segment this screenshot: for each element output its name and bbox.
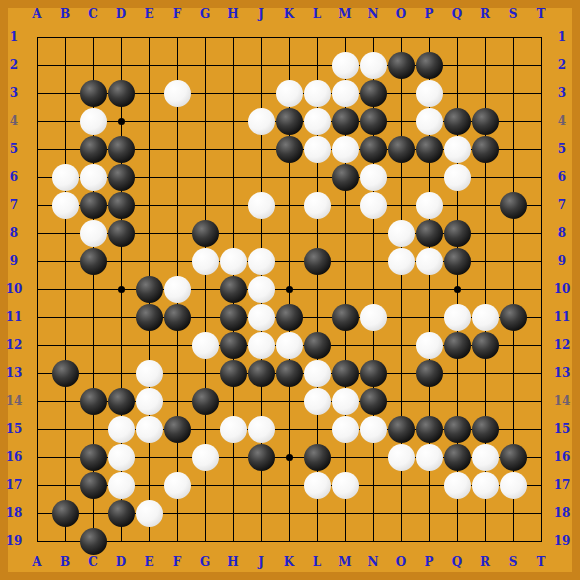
column-label-bottom-D: D [116, 556, 126, 568]
column-label-top-N: N [368, 8, 379, 20]
black-stone-C3[interactable] [80, 80, 107, 107]
white-stone-B6[interactable] [52, 164, 79, 191]
white-stone-J12[interactable] [248, 332, 275, 359]
row-label-right-16: 16 [554, 451, 571, 463]
column-label-bottom-N: N [368, 556, 379, 568]
column-label-bottom-K: K [284, 556, 294, 568]
star-point [286, 454, 293, 461]
white-stone-N11[interactable] [360, 304, 387, 331]
black-stone-Q15[interactable] [444, 416, 471, 443]
row-label-left-2: 2 [10, 59, 18, 71]
black-stone-R12[interactable] [472, 332, 499, 359]
white-stone-P12[interactable] [416, 332, 443, 359]
row-label-left-9: 9 [10, 255, 18, 267]
white-stone-E14[interactable] [136, 388, 163, 415]
row-label-right-12: 12 [554, 339, 571, 351]
white-stone-P9[interactable] [416, 248, 443, 275]
white-stone-F3[interactable] [164, 80, 191, 107]
black-stone-D6[interactable] [108, 164, 135, 191]
row-label-left-18: 18 [6, 507, 23, 519]
black-stone-Q9[interactable] [444, 248, 471, 275]
black-stone-F15[interactable] [164, 416, 191, 443]
row-label-left-3: 3 [10, 87, 18, 99]
white-stone-E15[interactable] [136, 416, 163, 443]
white-stone-L14[interactable] [304, 388, 331, 415]
column-label-bottom-J: J [258, 556, 264, 568]
black-stone-F11[interactable] [164, 304, 191, 331]
white-stone-R16[interactable] [472, 444, 499, 471]
white-stone-L3[interactable] [304, 80, 331, 107]
column-label-top-O: O [396, 8, 406, 20]
black-stone-H13[interactable] [220, 360, 247, 387]
black-stone-K13[interactable] [276, 360, 303, 387]
black-stone-D3[interactable] [108, 80, 135, 107]
row-label-left-1: 1 [10, 31, 18, 43]
white-stone-F17[interactable] [164, 472, 191, 499]
white-stone-N2[interactable] [360, 52, 387, 79]
black-stone-G14[interactable] [192, 388, 219, 415]
white-stone-R11[interactable] [472, 304, 499, 331]
black-stone-C17[interactable] [80, 472, 107, 499]
row-label-left-12: 12 [6, 339, 23, 351]
row-label-right-2: 2 [558, 59, 566, 71]
white-stone-L4[interactable] [304, 108, 331, 135]
white-stone-J7[interactable] [248, 192, 275, 219]
row-label-right-7: 7 [558, 199, 566, 211]
black-stone-K11[interactable] [276, 304, 303, 331]
white-stone-O9[interactable] [388, 248, 415, 275]
row-label-right-13: 13 [554, 367, 571, 379]
white-stone-H15[interactable] [220, 416, 247, 443]
row-label-left-13: 13 [6, 367, 23, 379]
white-stone-N7[interactable] [360, 192, 387, 219]
black-stone-P5[interactable] [416, 136, 443, 163]
row-label-right-9: 9 [558, 255, 566, 267]
white-stone-Q11[interactable] [444, 304, 471, 331]
column-label-top-R: R [480, 8, 490, 20]
row-label-left-16: 16 [6, 451, 23, 463]
black-stone-N14[interactable] [360, 388, 387, 415]
black-stone-M6[interactable] [332, 164, 359, 191]
column-label-top-B: B [60, 8, 70, 20]
white-stone-D15[interactable] [108, 416, 135, 443]
row-label-right-4: 4 [558, 115, 566, 127]
column-label-top-F: F [173, 8, 182, 20]
column-label-bottom-C: C [88, 556, 98, 568]
black-stone-K5[interactable] [276, 136, 303, 163]
star-point [454, 286, 461, 293]
row-label-left-19: 19 [6, 535, 23, 547]
white-stone-N6[interactable] [360, 164, 387, 191]
white-stone-M3[interactable] [332, 80, 359, 107]
black-stone-M4[interactable] [332, 108, 359, 135]
black-stone-D14[interactable] [108, 388, 135, 415]
white-stone-P4[interactable] [416, 108, 443, 135]
white-stone-P3[interactable] [416, 80, 443, 107]
white-stone-G16[interactable] [192, 444, 219, 471]
black-stone-P15[interactable] [416, 416, 443, 443]
row-label-right-3: 3 [558, 87, 566, 99]
white-stone-J11[interactable] [248, 304, 275, 331]
black-stone-J13[interactable] [248, 360, 275, 387]
white-stone-R17[interactable] [472, 472, 499, 499]
white-stone-B7[interactable] [52, 192, 79, 219]
black-stone-S7[interactable] [500, 192, 527, 219]
white-stone-E13[interactable] [136, 360, 163, 387]
black-stone-N4[interactable] [360, 108, 387, 135]
black-stone-C9[interactable] [80, 248, 107, 275]
white-stone-K3[interactable] [276, 80, 303, 107]
white-stone-C8[interactable] [80, 220, 107, 247]
white-stone-J9[interactable] [248, 248, 275, 275]
white-stone-Q6[interactable] [444, 164, 471, 191]
black-stone-H12[interactable] [220, 332, 247, 359]
black-stone-N5[interactable] [360, 136, 387, 163]
white-stone-F10[interactable] [164, 276, 191, 303]
row-label-right-5: 5 [558, 143, 566, 155]
black-stone-P13[interactable] [416, 360, 443, 387]
white-stone-L13[interactable] [304, 360, 331, 387]
row-label-left-6: 6 [10, 171, 18, 183]
row-label-right-17: 17 [554, 479, 571, 491]
white-stone-N15[interactable] [360, 416, 387, 443]
row-label-right-18: 18 [554, 507, 571, 519]
grid-line-vertical [541, 37, 542, 542]
black-stone-D5[interactable] [108, 136, 135, 163]
column-label-bottom-S: S [509, 556, 518, 568]
black-stone-C14[interactable] [80, 388, 107, 415]
white-stone-M5[interactable] [332, 136, 359, 163]
column-label-top-G: G [200, 8, 210, 20]
star-point [118, 118, 125, 125]
row-label-left-8: 8 [10, 227, 18, 239]
white-stone-C4[interactable] [80, 108, 107, 135]
black-stone-P8[interactable] [416, 220, 443, 247]
go-app-window: AABBCCDDEEFFGGHHJJKKLLMMNNOOPPQQRRSSTT11… [0, 0, 580, 580]
white-stone-J10[interactable] [248, 276, 275, 303]
row-label-right-15: 15 [554, 423, 571, 435]
white-stone-G12[interactable] [192, 332, 219, 359]
white-stone-J4[interactable] [248, 108, 275, 135]
black-stone-N13[interactable] [360, 360, 387, 387]
white-stone-L7[interactable] [304, 192, 331, 219]
black-stone-J16[interactable] [248, 444, 275, 471]
star-point [286, 286, 293, 293]
black-stone-D18[interactable] [108, 500, 135, 527]
black-stone-C16[interactable] [80, 444, 107, 471]
column-label-bottom-T: T [537, 556, 546, 568]
column-label-top-D: D [116, 8, 126, 20]
column-label-bottom-M: M [338, 556, 351, 568]
row-label-left-15: 15 [6, 423, 23, 435]
column-label-bottom-A: A [32, 556, 41, 568]
column-label-bottom-P: P [424, 556, 433, 568]
white-stone-K12[interactable] [276, 332, 303, 359]
black-stone-K4[interactable] [276, 108, 303, 135]
black-stone-B18[interactable] [52, 500, 79, 527]
row-label-right-1: 1 [558, 31, 566, 43]
column-label-top-E: E [144, 8, 153, 20]
column-label-top-T: T [537, 8, 546, 20]
row-label-left-4: 4 [10, 115, 18, 127]
row-label-right-14: 14 [554, 395, 571, 407]
black-stone-L12[interactable] [304, 332, 331, 359]
column-label-top-P: P [424, 8, 433, 20]
black-stone-S16[interactable] [500, 444, 527, 471]
white-stone-C6[interactable] [80, 164, 107, 191]
black-stone-P2[interactable] [416, 52, 443, 79]
column-label-top-K: K [284, 8, 294, 20]
column-label-bottom-H: H [227, 556, 238, 568]
black-stone-S11[interactable] [500, 304, 527, 331]
white-stone-P16[interactable] [416, 444, 443, 471]
white-stone-L17[interactable] [304, 472, 331, 499]
white-stone-D16[interactable] [108, 444, 135, 471]
black-stone-Q16[interactable] [444, 444, 471, 471]
black-stone-Q4[interactable] [444, 108, 471, 135]
black-stone-B13[interactable] [52, 360, 79, 387]
black-stone-E10[interactable] [136, 276, 163, 303]
black-stone-H10[interactable] [220, 276, 247, 303]
black-stone-E11[interactable] [136, 304, 163, 331]
black-stone-R5[interactable] [472, 136, 499, 163]
white-stone-Q5[interactable] [444, 136, 471, 163]
black-stone-H11[interactable] [220, 304, 247, 331]
grid-line-horizontal [37, 541, 542, 542]
white-stone-P7[interactable] [416, 192, 443, 219]
white-stone-H9[interactable] [220, 248, 247, 275]
row-label-right-11: 11 [554, 311, 571, 323]
white-stone-J15[interactable] [248, 416, 275, 443]
column-label-bottom-F: F [173, 556, 182, 568]
black-stone-C5[interactable] [80, 136, 107, 163]
column-label-top-L: L [313, 8, 321, 20]
column-label-top-C: C [88, 8, 98, 20]
column-label-top-Q: Q [452, 8, 462, 20]
white-stone-G9[interactable] [192, 248, 219, 275]
row-label-left-14: 14 [6, 395, 23, 407]
black-stone-Q12[interactable] [444, 332, 471, 359]
black-stone-Q8[interactable] [444, 220, 471, 247]
black-stone-O5[interactable] [388, 136, 415, 163]
black-stone-O15[interactable] [388, 416, 415, 443]
white-stone-Q17[interactable] [444, 472, 471, 499]
black-stone-D8[interactable] [108, 220, 135, 247]
row-label-right-10: 10 [554, 283, 571, 295]
column-label-bottom-R: R [480, 556, 490, 568]
row-label-left-7: 7 [10, 199, 18, 211]
black-stone-R15[interactable] [472, 416, 499, 443]
white-stone-M17[interactable] [332, 472, 359, 499]
row-label-right-6: 6 [558, 171, 566, 183]
star-point [118, 286, 125, 293]
white-stone-S17[interactable] [500, 472, 527, 499]
column-label-bottom-O: O [396, 556, 406, 568]
white-stone-O8[interactable] [388, 220, 415, 247]
black-stone-C7[interactable] [80, 192, 107, 219]
black-stone-L16[interactable] [304, 444, 331, 471]
column-label-top-M: M [338, 8, 351, 20]
white-stone-E18[interactable] [136, 500, 163, 527]
black-stone-G8[interactable] [192, 220, 219, 247]
white-stone-D17[interactable] [108, 472, 135, 499]
black-stone-C19[interactable] [80, 528, 107, 555]
white-stone-L5[interactable] [304, 136, 331, 163]
row-label-left-5: 5 [10, 143, 18, 155]
row-label-right-19: 19 [554, 535, 571, 547]
black-stone-M11[interactable] [332, 304, 359, 331]
black-stone-N3[interactable] [360, 80, 387, 107]
white-stone-M2[interactable] [332, 52, 359, 79]
column-label-bottom-G: G [200, 556, 210, 568]
column-label-top-H: H [227, 8, 238, 20]
column-label-bottom-Q: Q [452, 556, 462, 568]
column-label-bottom-B: B [60, 556, 70, 568]
row-label-left-10: 10 [6, 283, 23, 295]
row-label-left-17: 17 [6, 479, 23, 491]
black-stone-O2[interactable] [388, 52, 415, 79]
black-stone-L9[interactable] [304, 248, 331, 275]
white-stone-O16[interactable] [388, 444, 415, 471]
column-label-top-J: J [258, 8, 264, 20]
row-label-left-11: 11 [6, 311, 23, 323]
column-label-top-A: A [32, 8, 41, 20]
black-stone-M13[interactable] [332, 360, 359, 387]
white-stone-M14[interactable] [332, 388, 359, 415]
row-label-right-8: 8 [558, 227, 566, 239]
black-stone-D7[interactable] [108, 192, 135, 219]
white-stone-M15[interactable] [332, 416, 359, 443]
column-label-bottom-L: L [313, 556, 321, 568]
black-stone-R4[interactable] [472, 108, 499, 135]
column-label-bottom-E: E [144, 556, 153, 568]
column-label-top-S: S [509, 8, 518, 20]
